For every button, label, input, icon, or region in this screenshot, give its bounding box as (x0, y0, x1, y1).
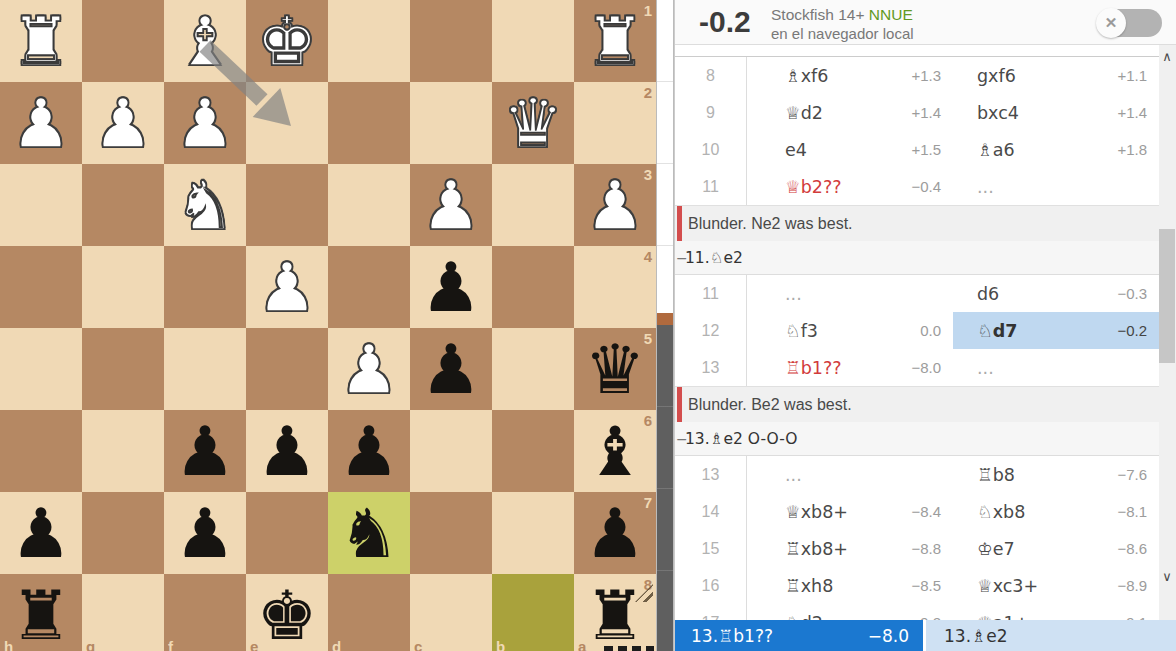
square-b5[interactable] (492, 328, 574, 410)
black-move[interactable]: bxc4+1.4 (953, 94, 1159, 131)
move-row-10: 10e4+1.5♗a6+1.8 (675, 131, 1159, 168)
black-move[interactable]: ♘xb8−8.1 (953, 493, 1159, 530)
piece-wP-h2[interactable]: ♟ (0, 82, 82, 164)
square-d1[interactable] (328, 0, 410, 82)
square-d4[interactable] (328, 246, 410, 328)
piece-wR-h1[interactable]: ♜ (0, 0, 82, 82)
move-number: 15 (675, 530, 747, 567)
piece-wP-e4[interactable]: ♟ (246, 246, 328, 328)
scrollbar-thumb[interactable] (1159, 229, 1175, 363)
square-d8[interactable]: d (328, 574, 410, 651)
line-prefix: − (676, 431, 688, 447)
piece-wN-f3[interactable]: ♞ (164, 164, 246, 246)
move-number: 9 (675, 94, 747, 131)
square-f8[interactable]: f (164, 574, 246, 651)
move-number: 12 (675, 312, 747, 349)
piece-bP-a7[interactable]: ♟ (574, 492, 656, 574)
square-c8[interactable]: c (410, 574, 492, 651)
move-row-11: 11♕b2??−0.4... (675, 168, 1159, 205)
piece-bK-e8[interactable]: ♚ (246, 574, 328, 651)
square-h4[interactable] (0, 246, 82, 328)
square-c1[interactable] (410, 0, 492, 82)
square-b7[interactable] (492, 492, 574, 574)
square-h5[interactable] (0, 328, 82, 410)
square-c7[interactable] (410, 492, 492, 574)
analysis-panel: 7...h6 8.♗h48♗xf6+1.3gxf6+1.19♕d2+1.4bxc… (674, 0, 1176, 651)
move-number: 8 (675, 57, 747, 94)
move-number: 13 (675, 349, 747, 386)
black-move[interactable]: gxf6+1.1 (953, 57, 1159, 94)
eval-gauge (656, 0, 674, 651)
white-move[interactable]: ♖b1??−8.0 (747, 349, 953, 386)
white-move[interactable]: ♗xf6+1.3 (747, 57, 953, 94)
white-move[interactable]: ... (747, 456, 953, 493)
comment-red-bar (677, 387, 682, 422)
file-label-d: d (332, 638, 341, 651)
eval-gauge-black-side (657, 325, 673, 651)
square-d3[interactable] (328, 164, 410, 246)
move-row-13: 13...♖b8−7.6 (675, 456, 1159, 493)
file-label-f: f (168, 638, 173, 651)
engine-header: -0.2 Stockfish 14+ NNUE en el navegador … (675, 0, 1176, 45)
square-g6[interactable] (82, 410, 164, 492)
blunder-comment: Blunder. Ne2 was best. (675, 205, 1159, 241)
square-g1[interactable] (82, 0, 164, 82)
white-move[interactable]: ... (747, 275, 953, 312)
variation-line[interactable]: −11.♘e2 (675, 241, 1159, 275)
piece-wK-e1[interactable]: ♚ (246, 0, 328, 82)
square-g8[interactable]: g (82, 574, 164, 651)
square-h6[interactable] (0, 410, 82, 492)
square-b3[interactable] (492, 164, 574, 246)
piece-bB-a6[interactable]: ♝ (574, 410, 656, 492)
comment-red-bar (677, 206, 682, 241)
square-f5[interactable] (164, 328, 246, 410)
square-e2[interactable] (246, 82, 328, 164)
piece-wP-c3[interactable]: ♟ (410, 164, 492, 246)
nnue-badge: NNUE (869, 6, 913, 23)
piece-bN-d7[interactable]: ♞ (328, 492, 410, 574)
black-move[interactable]: ♕xc3+−8.9 (953, 567, 1159, 604)
engine-name-text: Stockfish 14+ (771, 6, 864, 23)
square-e3[interactable] (246, 164, 328, 246)
piece-bP-f6[interactable]: ♟ (164, 410, 246, 492)
square-b8[interactable]: b (492, 574, 574, 651)
move-number: 13 (675, 456, 747, 493)
piece-bR-a8[interactable]: ♜ (574, 574, 656, 651)
black-move[interactable]: ♖b8−7.6 (953, 456, 1159, 493)
square-b4[interactable] (492, 246, 574, 328)
move-row-16: 16♖xh8−8.5♕xc3+−8.9 (675, 567, 1159, 604)
engine-subtitle: en el navegador local (771, 25, 914, 42)
square-f4[interactable] (164, 246, 246, 328)
move-number: 10 (675, 131, 747, 168)
white-move[interactable]: ♖xh8−8.5 (747, 567, 953, 604)
move-number: 11 (675, 275, 747, 312)
black-move[interactable]: ♔e7−8.6 (953, 530, 1159, 567)
black-move[interactable]: ... (953, 349, 1159, 386)
move-row-15: 15♖xb8+−8.8♔e7−8.6 (675, 530, 1159, 567)
black-move[interactable]: ♗a6+1.8 (953, 131, 1159, 168)
toggle-knob-x-icon[interactable]: ✕ (1096, 8, 1126, 38)
piece-wR-a1[interactable]: ♜ (574, 0, 656, 82)
piece-wP-f2[interactable]: ♟ (164, 82, 246, 164)
piece-bP-d6[interactable]: ♟ (328, 410, 410, 492)
eval-number: -0.2 (699, 5, 751, 39)
piece-wQ-b2[interactable]: ♛ (492, 82, 574, 164)
square-a2[interactable]: 2 (574, 82, 656, 164)
square-c6[interactable] (410, 410, 492, 492)
move-row-8: 8♗xf6+1.3gxf6+1.1 (675, 57, 1159, 94)
square-b6[interactable] (492, 410, 574, 492)
square-g3[interactable] (82, 164, 164, 246)
piece-bP-c4[interactable]: ♟ (410, 246, 492, 328)
move-row-9: 9♕d2+1.4bxc4+1.4 (675, 94, 1159, 131)
black-move[interactable]: d6−0.3 (953, 275, 1159, 312)
square-g7[interactable] (82, 492, 164, 574)
white-move[interactable]: ♘f30.0 (747, 312, 953, 349)
best-move-button[interactable]: 13.♗e2 (926, 620, 1176, 651)
variation-line[interactable]: −13.♗e2 O-O-O (675, 422, 1159, 456)
piece-bQ-a5[interactable]: ♛ (574, 328, 656, 410)
played-move-eval: −8.0 (868, 626, 909, 646)
square-e7[interactable] (246, 492, 328, 574)
played-move-button[interactable]: 13.♖b1?? −8.0 (675, 620, 923, 651)
eval-gauge-marker (657, 313, 673, 325)
white-move[interactable]: ♖xb8+−8.8 (747, 530, 953, 567)
piece-bP-f7[interactable]: ♟ (164, 492, 246, 574)
best-move-label: 13.♗e2 (944, 626, 1008, 646)
file-label-g: g (86, 638, 95, 651)
file-label-c: c (414, 638, 422, 651)
move-number: 16 (675, 567, 747, 604)
white-move[interactable]: e4+1.5 (747, 131, 953, 168)
square-g4[interactable] (82, 246, 164, 328)
move-list: 7...h6 8.♗h48♗xf6+1.3gxf6+1.19♕d2+1.4bxc… (675, 23, 1159, 641)
move-row-14: 14♕xb8+−8.4♘xb8−8.1 (675, 493, 1159, 530)
piece-wP-d5[interactable]: ♟ (328, 328, 410, 410)
move-row-13: 13♖b1??−8.0... (675, 349, 1159, 386)
piece-bP-c5[interactable]: ♟ (410, 328, 492, 410)
white-move[interactable]: ♕b2??−0.4 (747, 168, 953, 205)
move-number: 11 (675, 168, 747, 205)
square-a4[interactable]: 4 (574, 246, 656, 328)
rank-label-4: 4 (644, 248, 652, 265)
blunder-comment: Blunder. Be2 was best. (675, 386, 1159, 422)
square-e5[interactable] (246, 328, 328, 410)
move-row-11: 11...d6−0.3 (675, 275, 1159, 312)
eval-gauge-white-side (657, 0, 673, 313)
movelist-scrollbar[interactable]: ∧ ∨ (1158, 45, 1176, 620)
square-g5[interactable] (82, 328, 164, 410)
piece-bP-h7[interactable]: ♟ (0, 492, 82, 574)
white-move[interactable]: ♕xb8+−8.4 (747, 493, 953, 530)
piece-wP-a3[interactable]: ♟ (574, 164, 656, 246)
move-number: 14 (675, 493, 747, 530)
black-move-selected[interactable]: ♘d7−0.2 (953, 312, 1159, 349)
engine-toggle[interactable]: ✕ (1098, 9, 1162, 37)
black-move[interactable]: ... (953, 168, 1159, 205)
line-prefix: − (676, 250, 688, 266)
piece-wB-f1[interactable]: ♝ (164, 0, 246, 82)
scroll-up-icon[interactable]: ∧ (1158, 47, 1176, 67)
move-row-12: 12♘f30.0♘d7−0.2 (675, 312, 1159, 349)
file-label-b: b (496, 638, 505, 651)
bottom-move-bar: 13.♖b1?? −8.0 13.♗e2 (675, 620, 1176, 651)
piece-bR-h8[interactable]: ♜ (0, 574, 82, 651)
played-move-label: 13.♖b1?? (691, 626, 773, 646)
clipped-content-below-board (604, 646, 654, 651)
engine-name: Stockfish 14+ NNUE (771, 6, 913, 24)
rank-label-2: 2 (644, 84, 652, 101)
square-d2[interactable] (328, 82, 410, 164)
piece-wP-g2[interactable]: ♟ (82, 82, 164, 164)
square-h3[interactable] (0, 164, 82, 246)
white-move[interactable]: ♕d2+1.4 (747, 94, 953, 131)
square-c2[interactable] (410, 82, 492, 164)
piece-bP-e6[interactable]: ♟ (246, 410, 328, 492)
square-b1[interactable] (492, 0, 574, 82)
scroll-down-icon[interactable]: ∨ (1158, 567, 1176, 587)
